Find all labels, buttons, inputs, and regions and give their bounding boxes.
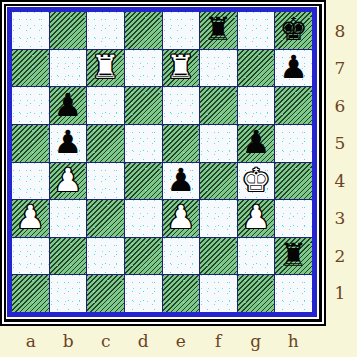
square-e7[interactable]: ♜ (163, 50, 200, 87)
rank-label-6: 6 (326, 87, 354, 125)
square-a8[interactable] (12, 12, 49, 49)
square-f6[interactable] (200, 87, 237, 124)
square-b8[interactable] (50, 12, 87, 49)
square-a7[interactable] (12, 50, 49, 87)
piece-white-rook: ♜ (91, 51, 120, 83)
square-a3[interactable]: ♟ (12, 200, 49, 237)
square-g5[interactable]: ♟ (238, 125, 275, 162)
rank-label-8: 8 (326, 12, 354, 50)
square-g3[interactable]: ♟ (238, 200, 275, 237)
square-e4[interactable]: ♟ (163, 163, 200, 200)
square-e3[interactable]: ♟ (163, 200, 200, 237)
square-c8[interactable] (87, 12, 124, 49)
frame-blue-border: ♜♚♜♜♟♟♟♟♟♟♚♟♟♟♜ (7, 7, 317, 317)
square-b3[interactable] (50, 200, 87, 237)
rank-label-2: 2 (326, 237, 354, 275)
square-d5[interactable] (125, 125, 162, 162)
rank-label-3: 3 (326, 200, 354, 238)
frame-inner-black: ♜♚♜♜♟♟♟♟♟♟♚♟♟♟♜ (4, 4, 322, 322)
square-c7[interactable]: ♜ (87, 50, 124, 87)
chess-board: ♜♚♜♜♟♟♟♟♟♟♚♟♟♟♜ (12, 12, 312, 312)
square-b4[interactable]: ♟ (50, 163, 87, 200)
rank-label-4: 4 (326, 162, 354, 200)
square-b6[interactable]: ♟ (50, 87, 87, 124)
square-c2[interactable] (87, 238, 124, 275)
square-h4[interactable] (275, 163, 312, 200)
piece-white-pawn: ♟ (54, 164, 83, 196)
square-g2[interactable] (238, 238, 275, 275)
board-frame: ♜♚♜♜♟♟♟♟♟♟♚♟♟♟♜ (0, 0, 326, 326)
square-c1[interactable] (87, 275, 124, 312)
file-label-e: e (162, 327, 200, 355)
piece-black-pawn: ♟ (54, 89, 83, 121)
frame-inner-white: ♜♚♜♜♟♟♟♟♟♟♚♟♟♟♜ (6, 6, 319, 319)
square-c5[interactable] (87, 125, 124, 162)
square-a2[interactable] (12, 238, 49, 275)
square-h7[interactable]: ♟ (275, 50, 312, 87)
piece-white-rook: ♜ (166, 51, 195, 83)
square-h3[interactable] (275, 200, 312, 237)
square-e8[interactable] (163, 12, 200, 49)
square-f8[interactable]: ♜ (200, 12, 237, 49)
piece-black-pawn: ♟ (242, 126, 271, 158)
square-b1[interactable] (50, 275, 87, 312)
piece-black-king: ♚ (279, 13, 308, 45)
square-h1[interactable] (275, 275, 312, 312)
file-label-a: a (12, 327, 50, 355)
file-labels: abcdefgh (12, 327, 312, 355)
square-a1[interactable] (12, 275, 49, 312)
piece-black-pawn: ♟ (166, 164, 195, 196)
square-d1[interactable] (125, 275, 162, 312)
square-g8[interactable] (238, 12, 275, 49)
square-d7[interactable] (125, 50, 162, 87)
square-h6[interactable] (275, 87, 312, 124)
piece-black-rook: ♜ (204, 13, 233, 45)
square-d4[interactable] (125, 163, 162, 200)
piece-white-pawn: ♟ (16, 201, 45, 233)
file-label-g: g (237, 327, 275, 355)
piece-black-pawn: ♟ (279, 51, 308, 83)
square-f1[interactable] (200, 275, 237, 312)
square-b7[interactable] (50, 50, 87, 87)
square-c4[interactable] (87, 163, 124, 200)
square-d8[interactable] (125, 12, 162, 49)
piece-black-pawn: ♟ (54, 126, 83, 158)
square-g7[interactable] (238, 50, 275, 87)
square-c6[interactable] (87, 87, 124, 124)
square-c3[interactable] (87, 200, 124, 237)
piece-black-rook: ♜ (279, 239, 308, 271)
rank-label-5: 5 (326, 125, 354, 163)
square-f5[interactable] (200, 125, 237, 162)
square-a4[interactable] (12, 163, 49, 200)
square-e5[interactable] (163, 125, 200, 162)
square-d3[interactable] (125, 200, 162, 237)
square-h8[interactable]: ♚ (275, 12, 312, 49)
square-b5[interactable]: ♟ (50, 125, 87, 162)
square-e6[interactable] (163, 87, 200, 124)
square-h5[interactable] (275, 125, 312, 162)
square-f3[interactable] (200, 200, 237, 237)
rank-label-7: 7 (326, 50, 354, 88)
file-label-h: h (275, 327, 313, 355)
square-g1[interactable] (238, 275, 275, 312)
square-f4[interactable] (200, 163, 237, 200)
piece-white-pawn: ♟ (166, 201, 195, 233)
square-a6[interactable] (12, 87, 49, 124)
square-g4[interactable]: ♚ (238, 163, 275, 200)
file-label-c: c (87, 327, 125, 355)
frame-white: ♜♚♜♜♟♟♟♟♟♟♚♟♟♟♜ (2, 2, 324, 324)
square-a5[interactable] (12, 125, 49, 162)
chess-diagram: ♜♚♜♜♟♟♟♟♟♟♚♟♟♟♜ abcdefgh 87654321 (0, 0, 357, 357)
square-h2[interactable]: ♜ (275, 238, 312, 275)
frame-outer-black: ♜♚♜♜♟♟♟♟♟♟♚♟♟♟♜ (0, 0, 326, 326)
square-d6[interactable] (125, 87, 162, 124)
file-label-f: f (200, 327, 238, 355)
square-e2[interactable] (163, 238, 200, 275)
rank-labels: 87654321 (326, 12, 354, 312)
square-e1[interactable] (163, 275, 200, 312)
file-label-d: d (125, 327, 163, 355)
square-f2[interactable] (200, 238, 237, 275)
rank-label-1: 1 (326, 275, 354, 313)
square-f7[interactable] (200, 50, 237, 87)
square-g6[interactable] (238, 87, 275, 124)
piece-white-king: ♚ (242, 164, 271, 196)
file-label-b: b (50, 327, 88, 355)
square-d2[interactable] (125, 238, 162, 275)
square-b2[interactable] (50, 238, 87, 275)
piece-white-pawn: ♟ (242, 201, 271, 233)
